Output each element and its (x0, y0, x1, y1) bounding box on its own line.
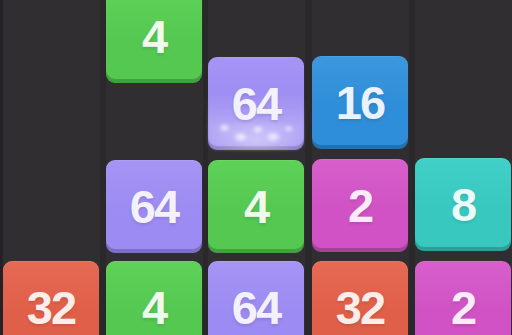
tile-32: 32 (3, 261, 99, 335)
game-board: 464166442832464322 (0, 0, 512, 335)
tile-value: 8 (451, 177, 475, 232)
tile-64: 64 (106, 160, 202, 253)
tile-value: 4 (142, 9, 166, 64)
tile-value: 16 (336, 75, 384, 130)
tile-8: 8 (415, 158, 511, 251)
tile-value: 64 (130, 179, 178, 234)
tile-4: 4 (106, 261, 202, 335)
tile-value: 4 (142, 280, 166, 335)
tile-value: 64 (232, 76, 280, 131)
tile-4: 4 (208, 160, 304, 253)
tile-value: 2 (348, 178, 372, 233)
tile-64-merged: 64 (208, 57, 304, 150)
tile-value: 32 (336, 280, 384, 335)
tile-2: 2 (312, 159, 408, 252)
tile-32: 32 (312, 261, 408, 335)
tile-2: 2 (415, 261, 511, 335)
tile-value: 2 (451, 280, 475, 335)
tile-value: 32 (27, 280, 75, 335)
tile-value: 64 (232, 280, 280, 335)
tile-64: 64 (208, 261, 304, 335)
tile-16: 16 (312, 56, 408, 149)
tile-value: 4 (244, 179, 268, 234)
tile-4-falling[interactable]: 4 (106, 0, 202, 83)
